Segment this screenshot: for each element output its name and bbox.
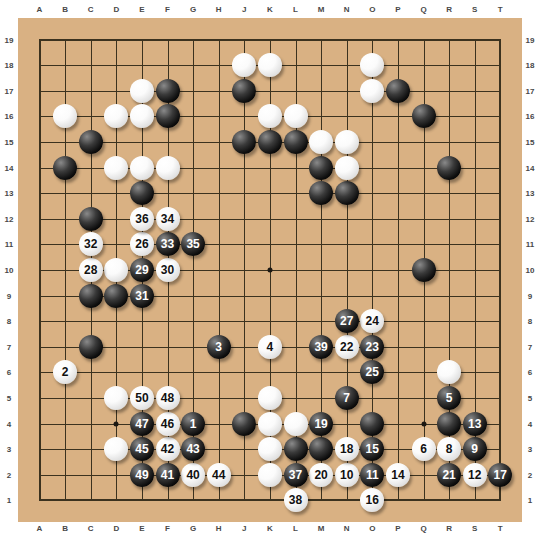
black-stone-H7-move-3: 3 (207, 335, 231, 359)
row-label-left-15: 15 (5, 137, 14, 146)
row-label-right-17: 17 (526, 86, 535, 95)
column-label-bottom-M: M (318, 524, 325, 533)
move-number: 31 (135, 290, 148, 302)
black-stone-R2-move-21: 21 (437, 463, 461, 487)
row-label-right-11: 11 (526, 240, 534, 249)
move-number: 26 (135, 238, 148, 250)
row-label-right-3: 3 (528, 445, 532, 454)
white-stone-F5-move-48: 48 (156, 386, 180, 410)
column-label-bottom-A: A (37, 524, 43, 533)
column-label-top-T: T (498, 5, 503, 14)
black-stone-R5-move-5: 5 (437, 386, 461, 410)
move-number: 28 (84, 264, 97, 276)
white-stone-M2-move-20: 20 (309, 463, 333, 487)
column-label-top-F: F (165, 5, 170, 14)
row-label-left-18: 18 (5, 61, 14, 70)
white-stone-B16 (53, 104, 77, 128)
white-stone-K16 (258, 104, 282, 128)
white-stone-O1-move-16: 16 (360, 488, 384, 512)
row-label-left-1: 1 (7, 496, 11, 505)
black-stone-E13 (130, 181, 154, 205)
move-number: 29 (135, 264, 148, 276)
move-number: 14 (391, 469, 404, 481)
white-stone-D10 (104, 258, 128, 282)
black-stone-C9 (79, 284, 103, 308)
black-stone-J17 (232, 79, 256, 103)
black-stone-C7 (79, 335, 103, 359)
white-stone-D3 (104, 437, 128, 461)
white-stone-B6-move-2: 2 (53, 360, 77, 384)
white-stone-L16 (284, 104, 308, 128)
move-number: 33 (161, 238, 174, 250)
column-label-bottom-K: K (267, 524, 273, 533)
go-diagram-page: AABBCCDDEEFFGGHHJJKKLLMMNNOOPPQQRRSSTT19… (0, 0, 540, 540)
move-number: 10 (340, 469, 353, 481)
star-point-Q4 (421, 421, 426, 426)
move-number: 21 (442, 469, 455, 481)
move-number: 8 (446, 443, 453, 455)
black-stone-D9 (104, 284, 128, 308)
white-stone-D16 (104, 104, 128, 128)
row-label-left-17: 17 (5, 86, 14, 95)
move-number: 38 (289, 494, 302, 506)
row-label-left-6: 6 (7, 368, 11, 377)
white-stone-G2-move-40: 40 (181, 463, 205, 487)
row-label-right-16: 16 (526, 112, 535, 121)
row-label-left-11: 11 (5, 240, 13, 249)
column-label-bottom-H: H (216, 524, 222, 533)
move-number: 20 (314, 469, 327, 481)
white-stone-C11-move-32: 32 (79, 232, 103, 256)
star-point-K10 (267, 267, 272, 272)
move-number: 25 (366, 366, 379, 378)
white-stone-N3-move-18: 18 (335, 437, 359, 461)
move-number: 17 (494, 469, 507, 481)
row-label-left-7: 7 (7, 342, 11, 351)
move-number: 3 (215, 341, 222, 353)
move-number: 4 (267, 341, 274, 353)
column-label-bottom-C: C (88, 524, 94, 533)
black-stone-L15 (284, 130, 308, 154)
move-number: 30 (161, 264, 174, 276)
black-stone-O3-move-15: 15 (360, 437, 384, 461)
white-stone-K5 (258, 386, 282, 410)
move-number: 19 (314, 418, 327, 430)
row-label-right-12: 12 (526, 214, 535, 223)
row-label-left-3: 3 (7, 445, 11, 454)
row-label-right-19: 19 (526, 35, 535, 44)
black-stone-F11-move-33: 33 (156, 232, 180, 256)
black-stone-T2-move-17: 17 (488, 463, 512, 487)
black-stone-O4 (360, 412, 384, 436)
column-label-top-H: H (216, 5, 222, 14)
move-number: 45 (135, 443, 148, 455)
move-number: 22 (340, 341, 353, 353)
grid-line-vertical (347, 40, 348, 501)
column-label-bottom-P: P (395, 524, 400, 533)
white-stone-D5 (104, 386, 128, 410)
move-number: 34 (161, 213, 174, 225)
column-label-bottom-N: N (344, 524, 350, 533)
column-label-top-O: O (369, 5, 375, 14)
black-stone-F2-move-41: 41 (156, 463, 180, 487)
column-label-top-C: C (88, 5, 94, 14)
grid-line-horizontal (40, 372, 501, 373)
black-stone-C15 (79, 130, 103, 154)
move-number: 48 (161, 392, 174, 404)
column-label-top-S: S (472, 5, 477, 14)
black-stone-E2-move-49: 49 (130, 463, 154, 487)
row-label-left-5: 5 (7, 393, 11, 402)
white-stone-O17 (360, 79, 384, 103)
black-stone-E3-move-45: 45 (130, 437, 154, 461)
column-label-top-G: G (190, 5, 196, 14)
black-stone-B14 (53, 156, 77, 180)
black-stone-F16 (156, 104, 180, 128)
column-label-bottom-R: R (446, 524, 452, 533)
row-label-right-4: 4 (528, 419, 532, 428)
black-stone-G11-move-35: 35 (181, 232, 205, 256)
move-number: 41 (161, 469, 174, 481)
black-stone-N8-move-27: 27 (335, 309, 359, 333)
row-label-right-2: 2 (528, 470, 532, 479)
row-label-right-10: 10 (526, 265, 535, 274)
white-stone-Q3-move-6: 6 (412, 437, 436, 461)
column-label-top-L: L (293, 5, 298, 14)
column-label-bottom-L: L (293, 524, 298, 533)
move-number: 16 (366, 494, 379, 506)
black-stone-M13 (309, 181, 333, 205)
white-stone-E12-move-36: 36 (130, 207, 154, 231)
row-label-left-13: 13 (5, 189, 14, 198)
column-label-top-N: N (344, 5, 350, 14)
black-stone-P17 (386, 79, 410, 103)
black-stone-N13 (335, 181, 359, 205)
black-stone-M14 (309, 156, 333, 180)
move-number: 50 (135, 392, 148, 404)
white-stone-S2-move-12: 12 (463, 463, 487, 487)
white-stone-E14 (130, 156, 154, 180)
column-label-bottom-Q: Q (420, 524, 426, 533)
black-stone-M3 (309, 437, 333, 461)
white-stone-F10-move-30: 30 (156, 258, 180, 282)
move-number: 37 (289, 469, 302, 481)
move-number: 12 (468, 469, 481, 481)
column-label-top-D: D (113, 5, 119, 14)
black-stone-L3 (284, 437, 308, 461)
white-stone-F3-move-42: 42 (156, 437, 180, 461)
white-stone-D14 (104, 156, 128, 180)
black-stone-O2-move-11: 11 (360, 463, 384, 487)
move-number: 24 (366, 315, 379, 327)
black-stone-K15 (258, 130, 282, 154)
column-label-bottom-E: E (139, 524, 144, 533)
row-label-left-9: 9 (7, 291, 11, 300)
white-stone-N15 (335, 130, 359, 154)
move-number: 9 (471, 443, 478, 455)
black-stone-Q10 (412, 258, 436, 282)
move-number: 39 (314, 341, 327, 353)
white-stone-O18 (360, 53, 384, 77)
move-number: 15 (366, 443, 379, 455)
row-label-right-14: 14 (526, 163, 535, 172)
row-label-right-9: 9 (528, 291, 532, 300)
row-label-right-18: 18 (526, 61, 535, 70)
white-stone-K3 (258, 437, 282, 461)
column-label-top-K: K (267, 5, 273, 14)
column-label-bottom-B: B (62, 524, 68, 533)
white-stone-H2-move-44: 44 (207, 463, 231, 487)
row-label-left-14: 14 (5, 163, 14, 172)
star-point-D4 (114, 421, 119, 426)
black-stone-R4 (437, 412, 461, 436)
row-label-left-2: 2 (7, 470, 11, 479)
white-stone-E5-move-50: 50 (130, 386, 154, 410)
white-stone-K4 (258, 412, 282, 436)
white-stone-K7-move-4: 4 (258, 335, 282, 359)
move-number: 5 (446, 392, 453, 404)
column-label-bottom-T: T (498, 524, 503, 533)
move-number: 49 (135, 469, 148, 481)
black-stone-C12 (79, 207, 103, 231)
black-stone-G3-move-43: 43 (181, 437, 205, 461)
column-label-bottom-O: O (369, 524, 375, 533)
white-stone-L1-move-38: 38 (284, 488, 308, 512)
row-label-left-4: 4 (7, 419, 11, 428)
row-label-left-16: 16 (5, 112, 14, 121)
black-stone-S3-move-9: 9 (463, 437, 487, 461)
move-number: 6 (420, 443, 427, 455)
white-stone-K18 (258, 53, 282, 77)
column-label-top-M: M (318, 5, 325, 14)
move-number: 23 (366, 341, 379, 353)
column-label-top-Q: Q (420, 5, 426, 14)
white-stone-N7-move-22: 22 (335, 335, 359, 359)
move-number: 18 (340, 443, 353, 455)
row-label-right-15: 15 (526, 137, 535, 146)
black-stone-M4-move-19: 19 (309, 412, 333, 436)
white-stone-R6 (437, 360, 461, 384)
column-label-bottom-G: G (190, 524, 196, 533)
white-stone-F4-move-46: 46 (156, 412, 180, 436)
row-label-right-13: 13 (526, 189, 535, 198)
move-number: 46 (161, 418, 174, 430)
white-stone-J18 (232, 53, 256, 77)
move-number: 11 (366, 469, 379, 481)
white-stone-C10-move-28: 28 (79, 258, 103, 282)
white-stone-O8-move-24: 24 (360, 309, 384, 333)
white-stone-N14 (335, 156, 359, 180)
black-stone-L2-move-37: 37 (284, 463, 308, 487)
row-label-left-12: 12 (5, 214, 14, 223)
move-number: 2 (62, 366, 69, 378)
column-label-bottom-S: S (472, 524, 477, 533)
white-stone-L4 (284, 412, 308, 436)
column-label-top-E: E (139, 5, 144, 14)
move-number: 1 (190, 418, 197, 430)
row-label-right-7: 7 (528, 342, 532, 351)
row-label-right-1: 1 (528, 496, 532, 505)
row-label-left-10: 10 (5, 265, 14, 274)
black-stone-F17 (156, 79, 180, 103)
column-label-bottom-D: D (113, 524, 119, 533)
column-label-top-B: B (62, 5, 68, 14)
move-number: 47 (135, 418, 148, 430)
black-stone-Q16 (412, 104, 436, 128)
white-stone-F12-move-34: 34 (156, 207, 180, 231)
black-stone-R14 (437, 156, 461, 180)
white-stone-M15 (309, 130, 333, 154)
row-label-right-5: 5 (528, 393, 532, 402)
column-label-top-A: A (37, 5, 43, 14)
white-stone-K2 (258, 463, 282, 487)
white-stone-R3-move-8: 8 (437, 437, 461, 461)
black-stone-J15 (232, 130, 256, 154)
black-stone-O6-move-25: 25 (360, 360, 384, 384)
move-number: 44 (212, 469, 225, 481)
move-number: 40 (186, 469, 199, 481)
column-label-top-P: P (395, 5, 400, 14)
black-stone-E4-move-47: 47 (130, 412, 154, 436)
black-stone-O7-move-23: 23 (360, 335, 384, 359)
black-stone-S4-move-13: 13 (463, 412, 487, 436)
move-number: 13 (468, 418, 481, 430)
white-stone-N2-move-10: 10 (335, 463, 359, 487)
move-number: 7 (343, 392, 350, 404)
row-label-left-8: 8 (7, 317, 11, 326)
black-stone-E9-move-31: 31 (130, 284, 154, 308)
white-stone-E17 (130, 79, 154, 103)
black-stone-M7-move-39: 39 (309, 335, 333, 359)
white-stone-E11-move-26: 26 (130, 232, 154, 256)
black-stone-G4-move-1: 1 (181, 412, 205, 436)
column-label-bottom-J: J (242, 524, 246, 533)
white-stone-E16 (130, 104, 154, 128)
move-number: 32 (84, 238, 97, 250)
grid-line-horizontal (40, 321, 501, 322)
move-number: 35 (186, 238, 199, 250)
column-label-bottom-F: F (165, 524, 170, 533)
move-number: 42 (161, 443, 174, 455)
column-label-top-J: J (242, 5, 246, 14)
white-stone-P2-move-14: 14 (386, 463, 410, 487)
row-label-right-6: 6 (528, 368, 532, 377)
row-label-left-19: 19 (5, 35, 14, 44)
move-number: 43 (186, 443, 199, 455)
row-label-right-8: 8 (528, 317, 532, 326)
black-stone-E10-move-29: 29 (130, 258, 154, 282)
grid-line-vertical (398, 40, 399, 501)
move-number: 36 (135, 213, 148, 225)
move-number: 27 (340, 315, 353, 327)
column-label-top-R: R (446, 5, 452, 14)
black-stone-N5-move-7: 7 (335, 386, 359, 410)
black-stone-J4 (232, 412, 256, 436)
white-stone-F14 (156, 156, 180, 180)
